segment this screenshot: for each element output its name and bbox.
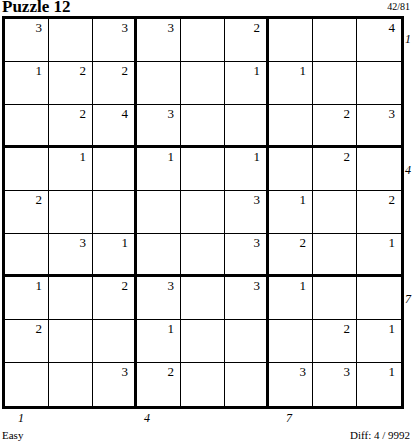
- cell-r7c1[interactable]: 1: [5, 277, 49, 320]
- cell-r1c4[interactable]: 3: [137, 19, 181, 62]
- cell-r3c7[interactable]: [269, 105, 313, 148]
- cell-r4c5[interactable]: [181, 148, 225, 191]
- cell-r5c9[interactable]: 2: [357, 191, 401, 234]
- cell-r9c8[interactable]: 3: [313, 363, 357, 406]
- given-number: 3: [80, 236, 87, 249]
- given-number: 1: [80, 150, 87, 163]
- cell-r4c4[interactable]: 1: [137, 148, 181, 191]
- given-counter: 42/81: [387, 1, 410, 12]
- given-number: 3: [254, 193, 261, 206]
- cell-r8c8[interactable]: 2: [313, 320, 357, 363]
- given-number: 2: [80, 107, 87, 120]
- cell-r7c6[interactable]: 3: [225, 277, 269, 320]
- given-number: 1: [300, 193, 307, 206]
- cell-r3c9[interactable]: 3: [357, 105, 401, 148]
- cell-r8c3[interactable]: [93, 320, 137, 363]
- cell-r4c3[interactable]: [93, 148, 137, 191]
- cell-r2c9[interactable]: [357, 62, 401, 105]
- given-number: 2: [344, 150, 351, 163]
- given-number: 3: [254, 279, 261, 292]
- cell-r7c5[interactable]: [181, 277, 225, 320]
- col-label-4: 4: [144, 411, 150, 426]
- cell-r3c1[interactable]: [5, 105, 49, 148]
- cell-r7c2[interactable]: [49, 277, 93, 320]
- puzzle-page: Puzzle 12 42/81 333241221124323111223123…: [0, 0, 412, 446]
- given-number: 3: [168, 279, 175, 292]
- given-number: 1: [36, 279, 43, 292]
- cell-r8c5[interactable]: [181, 320, 225, 363]
- given-number: 1: [389, 365, 396, 378]
- given-number: 1: [300, 64, 307, 77]
- cell-r1c7[interactable]: [269, 19, 313, 62]
- cell-r7c7[interactable]: 1: [269, 277, 313, 320]
- given-number: 4: [122, 107, 129, 120]
- cell-r9c1[interactable]: [5, 363, 49, 406]
- given-number: 2: [344, 107, 351, 120]
- given-number: 3: [389, 107, 396, 120]
- cell-r8c1[interactable]: 2: [5, 320, 49, 363]
- cell-r2c2[interactable]: 2: [49, 62, 93, 105]
- cell-r2c8[interactable]: [313, 62, 357, 105]
- cell-r2c6[interactable]: 1: [225, 62, 269, 105]
- given-number: 2: [122, 279, 129, 292]
- cell-r3c2[interactable]: 2: [49, 105, 93, 148]
- given-number: 1: [254, 150, 261, 163]
- cell-r5c1[interactable]: 2: [5, 191, 49, 234]
- cell-r1c5[interactable]: [181, 19, 225, 62]
- given-number: 3: [168, 21, 175, 34]
- row-label-4: 4: [405, 163, 412, 178]
- given-number: 3: [36, 21, 43, 34]
- cell-r7c9[interactable]: [357, 277, 401, 320]
- cell-r8c7[interactable]: [269, 320, 313, 363]
- cell-r1c3[interactable]: 3: [93, 19, 137, 62]
- cell-r4c1[interactable]: [5, 148, 49, 191]
- given-number: 4: [389, 21, 396, 34]
- cell-r2c1[interactable]: 1: [5, 62, 49, 105]
- given-number: 1: [389, 322, 396, 335]
- board: 3332412211243231112231231321123312121323…: [2, 16, 404, 409]
- cell-r4c7[interactable]: [269, 148, 313, 191]
- cell-r9c4[interactable]: 2: [137, 363, 181, 406]
- given-number: 3: [168, 107, 175, 120]
- cell-r1c8[interactable]: [313, 19, 357, 62]
- difficulty-stat: Diff: 4 / 9992: [350, 429, 410, 441]
- cell-r8c6[interactable]: [225, 320, 269, 363]
- given-number: 2: [389, 193, 396, 206]
- given-number: 1: [300, 279, 307, 292]
- cell-r6c8[interactable]: [313, 234, 357, 277]
- cell-r6c7[interactable]: 2: [269, 234, 313, 277]
- cell-r3c8[interactable]: 2: [313, 105, 357, 148]
- cell-r9c5[interactable]: [181, 363, 225, 406]
- cell-r4c9[interactable]: [357, 148, 401, 191]
- given-number: 1: [36, 64, 43, 77]
- cell-r9c3[interactable]: 3: [93, 363, 137, 406]
- given-number: 2: [300, 236, 307, 249]
- given-number: 3: [344, 365, 351, 378]
- cell-r6c4[interactable]: [137, 234, 181, 277]
- given-number: 1: [168, 150, 175, 163]
- cell-r5c3[interactable]: [93, 191, 137, 234]
- cell-r8c9[interactable]: 1: [357, 320, 401, 363]
- cell-r9c7[interactable]: 3: [269, 363, 313, 406]
- given-number: 2: [36, 322, 43, 335]
- cell-r1c2[interactable]: [49, 19, 93, 62]
- cell-r5c4[interactable]: [137, 191, 181, 234]
- cell-r5c7[interactable]: 1: [269, 191, 313, 234]
- cell-r3c3[interactable]: 4: [93, 105, 137, 148]
- cell-r2c7[interactable]: 1: [269, 62, 313, 105]
- row-label-1: 1: [405, 32, 412, 47]
- cell-r4c6[interactable]: 1: [225, 148, 269, 191]
- cell-r5c2[interactable]: [49, 191, 93, 234]
- cell-r6c1[interactable]: [5, 234, 49, 277]
- cell-r6c9[interactable]: 1: [357, 234, 401, 277]
- cell-r3c4[interactable]: 3: [137, 105, 181, 148]
- cell-r3c5[interactable]: [181, 105, 225, 148]
- cell-r9c2[interactable]: [49, 363, 93, 406]
- cell-r2c5[interactable]: [181, 62, 225, 105]
- cell-r4c8[interactable]: 2: [313, 148, 357, 191]
- cell-r3c6[interactable]: [225, 105, 269, 148]
- page-title: Puzzle 12: [2, 0, 70, 17]
- given-number: 1: [122, 236, 129, 249]
- given-number: 2: [344, 322, 351, 335]
- cell-r5c5[interactable]: [181, 191, 225, 234]
- cell-r6c3[interactable]: 1: [93, 234, 137, 277]
- cell-r5c8[interactable]: [313, 191, 357, 234]
- col-label-7: 7: [286, 411, 292, 426]
- cell-r8c4[interactable]: 1: [137, 320, 181, 363]
- cell-r4c2[interactable]: 1: [49, 148, 93, 191]
- given-number: 1: [168, 322, 175, 335]
- cell-r9c9[interactable]: 1: [357, 363, 401, 406]
- given-number: 3: [254, 236, 261, 249]
- given-number: 3: [122, 21, 129, 34]
- cell-r9c6[interactable]: [225, 363, 269, 406]
- given-number: 3: [122, 365, 129, 378]
- given-number: 3: [300, 365, 307, 378]
- given-number: 2: [254, 21, 261, 34]
- given-number: 1: [389, 236, 396, 249]
- cell-r2c4[interactable]: [137, 62, 181, 105]
- col-label-1: 1: [18, 411, 24, 426]
- cell-r7c3[interactable]: 2: [93, 277, 137, 320]
- cell-r1c9[interactable]: 4: [357, 19, 401, 62]
- cell-r7c8[interactable]: [313, 277, 357, 320]
- cell-r1c6[interactable]: 2: [225, 19, 269, 62]
- cell-r8c2[interactable]: [49, 320, 93, 363]
- difficulty-label: Easy: [2, 429, 23, 441]
- given-number: 2: [122, 64, 129, 77]
- cell-r6c6[interactable]: 3: [225, 234, 269, 277]
- cell-r2c3[interactable]: 2: [93, 62, 137, 105]
- cell-r7c4[interactable]: 3: [137, 277, 181, 320]
- given-number: 2: [168, 365, 175, 378]
- cell-r5c6[interactable]: 3: [225, 191, 269, 234]
- row-label-7: 7: [405, 292, 412, 307]
- cell-r1c1[interactable]: 3: [5, 19, 49, 62]
- cell-r6c5[interactable]: [181, 234, 225, 277]
- given-number: 2: [36, 193, 43, 206]
- given-number: 2: [80, 64, 87, 77]
- given-number: 1: [254, 64, 261, 77]
- cell-r6c2[interactable]: 3: [49, 234, 93, 277]
